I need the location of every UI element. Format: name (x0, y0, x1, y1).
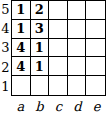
cell-c1[interactable] (49, 76, 68, 95)
cell-d2[interactable] (68, 57, 87, 76)
cell-c2[interactable] (49, 57, 68, 76)
board: 1 2 1 3 4 1 4 1 (11, 0, 106, 96)
col-label-b: b (30, 96, 49, 115)
row-label-3: 3 (0, 38, 11, 57)
col-label-e: e (87, 96, 106, 115)
row-labels: 5 4 3 2 1 (0, 0, 11, 96)
puzzle-grid-diagram: 5 4 3 2 1 1 2 1 3 4 1 4 1 a b c d (0, 0, 106, 115)
cell-c5[interactable] (49, 1, 68, 20)
cell-e5[interactable] (86, 1, 105, 20)
cell-d4[interactable] (68, 20, 87, 39)
cell-b3[interactable]: 1 (31, 39, 50, 58)
cell-a4[interactable]: 1 (12, 20, 31, 39)
cell-b2[interactable]: 1 (31, 57, 50, 76)
cell-c4[interactable] (49, 20, 68, 39)
cell-e2[interactable] (86, 57, 105, 76)
cell-d5[interactable] (68, 1, 87, 20)
cell-d1[interactable] (68, 76, 87, 95)
cell-c3[interactable] (49, 39, 68, 58)
row-label-1: 1 (0, 77, 11, 96)
cell-b1[interactable] (31, 76, 50, 95)
cell-a2[interactable]: 4 (12, 57, 31, 76)
row-label-5: 5 (0, 0, 11, 19)
row-label-4: 4 (0, 19, 11, 38)
cell-e3[interactable] (86, 39, 105, 58)
col-label-d: d (68, 96, 87, 115)
cell-e4[interactable] (86, 20, 105, 39)
col-label-c: c (49, 96, 68, 115)
col-label-a: a (11, 96, 30, 115)
cell-d3[interactable] (68, 39, 87, 58)
cell-a3[interactable]: 4 (12, 39, 31, 58)
cell-e1[interactable] (86, 76, 105, 95)
row-label-2: 2 (0, 58, 11, 77)
cell-a5[interactable]: 1 (12, 1, 31, 20)
cell-b4[interactable]: 3 (31, 20, 50, 39)
column-labels: a b c d e (11, 96, 106, 115)
cell-a1[interactable] (12, 76, 31, 95)
cell-b5[interactable]: 2 (31, 1, 50, 20)
